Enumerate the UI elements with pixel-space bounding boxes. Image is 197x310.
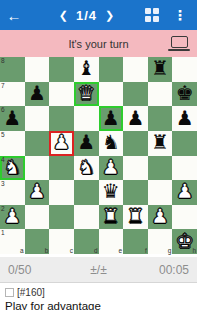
square-g5[interactable]: ♜: [148, 131, 173, 156]
turn-banner-text: It's your turn: [68, 38, 128, 50]
square-e6[interactable]: ♟: [99, 106, 124, 131]
piece-black-pawn[interactable]: ♟: [3, 108, 21, 128]
puzzle-navigation: ❮ 1/4 ❯: [28, 8, 145, 23]
square-a1[interactable]: 1a: [0, 229, 25, 254]
grid-cell: [145, 8, 151, 14]
grid-cell: [153, 16, 159, 22]
square-b5[interactable]: [25, 131, 50, 156]
piece-white-pawn[interactable]: ♟: [53, 132, 71, 152]
square-g4[interactable]: [148, 156, 173, 181]
piece-white-knight[interactable]: ♞: [77, 157, 95, 177]
square-c5[interactable]: ♟: [49, 131, 74, 156]
square-a6[interactable]: 6♟: [0, 106, 25, 131]
piece-white-pawn[interactable]: ♟: [176, 181, 194, 201]
piece-white-king[interactable]: ♚: [176, 231, 194, 251]
square-f1[interactable]: f: [123, 229, 148, 254]
piece-black-king[interactable]: ♚: [176, 83, 194, 103]
puzzle-counter: 1/4: [76, 8, 97, 23]
square-f7[interactable]: [123, 82, 148, 107]
square-g7[interactable]: [148, 82, 173, 107]
piece-white-queen[interactable]: ♛: [77, 83, 95, 103]
file-label-e: e: [119, 247, 123, 254]
square-f4[interactable]: [123, 156, 148, 181]
square-c4[interactable]: [49, 156, 74, 181]
piece-black-pawn[interactable]: ♟: [77, 132, 95, 152]
square-a2[interactable]: 2♟: [0, 205, 25, 230]
square-b7[interactable]: ♟: [25, 82, 50, 107]
square-h5[interactable]: [172, 131, 197, 156]
top-bar-actions: ⋮: [145, 8, 197, 22]
evaluation-label: ±/±: [68, 263, 128, 277]
file-label-b: b: [45, 247, 49, 254]
square-h4[interactable]: [172, 156, 197, 181]
piece-black-pawn[interactable]: ♟: [126, 108, 144, 128]
square-h3[interactable]: ♟: [172, 180, 197, 205]
back-icon[interactable]: ←: [0, 7, 28, 24]
square-g3[interactable]: [148, 180, 173, 205]
piece-white-pawn[interactable]: ♟: [28, 181, 46, 201]
square-a5[interactable]: 5: [0, 131, 25, 156]
square-f2[interactable]: ♜: [123, 205, 148, 230]
piece-black-knight[interactable]: ♞: [102, 132, 120, 152]
overflow-menu-icon[interactable]: ⋮: [173, 8, 187, 22]
square-c2[interactable]: [49, 205, 74, 230]
grid-cell: [145, 16, 151, 22]
square-g8[interactable]: ♜: [148, 57, 173, 82]
square-c1[interactable]: c: [49, 229, 74, 254]
square-f6[interactable]: ♟: [123, 106, 148, 131]
square-b1[interactable]: b: [25, 229, 50, 254]
rank-label-3: 3: [1, 180, 5, 187]
square-d5[interactable]: ♟: [74, 131, 99, 156]
square-a4[interactable]: 4♞: [0, 156, 25, 181]
piece-black-queen[interactable]: ♛: [102, 181, 120, 201]
square-d1[interactable]: d: [74, 229, 99, 254]
laptop-base: [168, 49, 190, 51]
file-label-f: f: [145, 247, 147, 254]
square-f5[interactable]: [123, 131, 148, 156]
square-e8[interactable]: [99, 57, 124, 82]
square-e4[interactable]: ♟: [99, 156, 124, 181]
grid-cell: [153, 8, 159, 14]
piece-black-rook[interactable]: ♜: [151, 132, 169, 152]
square-h7[interactable]: ♚: [172, 82, 197, 107]
square-b8[interactable]: [25, 57, 50, 82]
file-label-a: a: [20, 247, 24, 254]
piece-white-rook[interactable]: ♜: [102, 206, 120, 226]
task-panel: [#160] Play for advantage: [0, 283, 197, 310]
square-b6[interactable]: [25, 106, 50, 131]
square-a8[interactable]: 8: [0, 57, 25, 82]
task-header: [#160]: [5, 287, 191, 298]
piece-black-pawn[interactable]: ♟: [102, 108, 120, 128]
file-label-c: c: [70, 247, 73, 254]
square-f3[interactable]: [123, 180, 148, 205]
square-f8[interactable]: [123, 57, 148, 82]
rank-label-7: 7: [1, 82, 5, 89]
laptop-icon[interactable]: [168, 36, 190, 51]
rank-label-8: 8: [1, 57, 5, 64]
square-d6[interactable]: [74, 106, 99, 131]
square-b3[interactable]: ♟: [25, 180, 50, 205]
square-c8[interactable]: [49, 57, 74, 82]
piece-black-rook[interactable]: ♜: [151, 58, 169, 78]
square-c3[interactable]: [49, 180, 74, 205]
square-c7[interactable]: [49, 82, 74, 107]
prev-puzzle-icon[interactable]: ❮: [59, 9, 68, 22]
square-g1[interactable]: g: [148, 229, 173, 254]
square-e3[interactable]: ♛: [99, 180, 124, 205]
square-e1[interactable]: e: [99, 229, 124, 254]
square-d2[interactable]: [74, 205, 99, 230]
piece-white-pawn[interactable]: ♟: [102, 157, 120, 177]
square-e5[interactable]: ♞: [99, 131, 124, 156]
turn-banner: It's your turn: [0, 30, 197, 57]
task-goal: Play for advantage: [5, 300, 191, 310]
piece-white-rook[interactable]: ♜: [126, 206, 144, 226]
square-g6[interactable]: [148, 106, 173, 131]
square-g2[interactable]: ♟: [148, 205, 173, 230]
square-c6[interactable]: [49, 106, 74, 131]
laptop-screen: [171, 36, 188, 48]
square-b4[interactable]: [25, 156, 50, 181]
file-label-d: d: [94, 247, 98, 254]
square-h1[interactable]: h♚: [172, 229, 197, 254]
square-h2[interactable]: [172, 205, 197, 230]
square-a3[interactable]: 3: [0, 180, 25, 205]
file-label-g: g: [168, 247, 172, 254]
square-h6[interactable]: ♟: [172, 106, 197, 131]
square-h8[interactable]: [172, 57, 197, 82]
square-d3[interactable]: [74, 180, 99, 205]
square-b2[interactable]: [25, 205, 50, 230]
piece-white-pawn[interactable]: ♟: [151, 206, 169, 226]
piece-black-bishop[interactable]: ♝: [77, 58, 95, 78]
square-d7[interactable]: ♛: [74, 82, 99, 107]
task-id: [#160]: [17, 287, 45, 298]
rank-label-1: 1: [1, 229, 5, 236]
score-counter: 0/50: [8, 263, 68, 277]
chess-board: 8♝♜7♟♛♚6♟♟♟♟5♟♟♞♜4♞♞♟3♟♛♟2♟♜♜♟1abcdefgh♚: [0, 57, 197, 254]
piece-black-pawn[interactable]: ♟: [176, 108, 194, 128]
piece-white-pawn[interactable]: ♟: [3, 206, 21, 226]
square-a7[interactable]: 7: [0, 82, 25, 107]
grid-view-icon[interactable]: [145, 8, 159, 22]
piece-white-knight[interactable]: ♞: [3, 157, 21, 177]
square-e2[interactable]: ♜: [99, 205, 124, 230]
square-d4[interactable]: ♞: [74, 156, 99, 181]
square-e7[interactable]: [99, 82, 124, 107]
piece-black-pawn[interactable]: ♟: [28, 83, 46, 103]
square-d8[interactable]: ♝: [74, 57, 99, 82]
app-window: ← ❮ 1/4 ❯ ⋮ It's your turn 8♝♜7♟♛♚6♟♟♟♟5…: [0, 0, 197, 310]
task-checkbox[interactable]: [5, 288, 14, 297]
status-bar: 0/50 ±/± 00:05: [0, 257, 197, 283]
timer: 00:05: [129, 263, 189, 277]
next-puzzle-icon[interactable]: ❯: [105, 9, 114, 22]
rank-label-5: 5: [1, 131, 5, 138]
top-bar: ← ❮ 1/4 ❯ ⋮: [0, 0, 197, 30]
